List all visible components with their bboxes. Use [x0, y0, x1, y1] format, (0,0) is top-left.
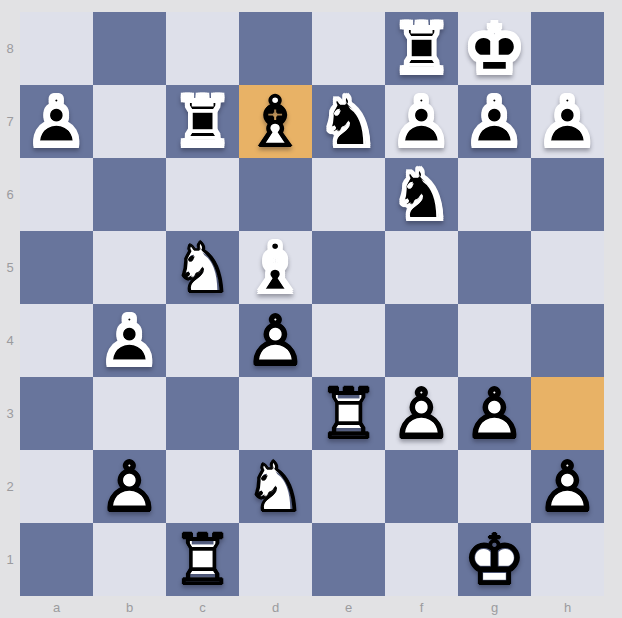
square-e2[interactable] [312, 450, 385, 523]
black-bishop-outline-glyph: ♗ [239, 231, 312, 304]
square-h6[interactable] [531, 158, 604, 231]
rank-label-1: 1 [0, 523, 20, 596]
square-d2[interactable]: ♞♘ [239, 450, 312, 523]
square-c5[interactable]: ♞♘ [166, 231, 239, 304]
square-c4[interactable] [166, 304, 239, 377]
rank-label-8: 8 [0, 12, 20, 85]
square-h5[interactable] [531, 231, 604, 304]
black-pawn-outline-glyph: ♙ [531, 85, 604, 158]
white-pawn-outline-glyph: ♙ [385, 377, 458, 450]
square-a4[interactable] [20, 304, 93, 377]
file-label-g: g [458, 597, 531, 618]
piece-white-rook-c1[interactable]: ♜♖ [166, 523, 239, 596]
square-c7[interactable]: ♜♖ [166, 85, 239, 158]
piece-black-bishop-d5[interactable]: ♝♗ [239, 231, 312, 304]
square-c2[interactable] [166, 450, 239, 523]
square-e1[interactable] [312, 523, 385, 596]
black-knight-outline-glyph: ♘ [385, 158, 458, 231]
square-a8[interactable] [20, 12, 93, 85]
square-g2[interactable] [458, 450, 531, 523]
black-rook-outline-glyph: ♖ [166, 85, 239, 158]
square-f6[interactable]: ♞♘ [385, 158, 458, 231]
piece-white-pawn-g3[interactable]: ♟♙ [458, 377, 531, 450]
square-f4[interactable] [385, 304, 458, 377]
file-label-e: e [312, 597, 385, 618]
square-e5[interactable] [312, 231, 385, 304]
square-h7[interactable]: ♟♙ [531, 85, 604, 158]
piece-white-rook-e3[interactable]: ♜♖ [312, 377, 385, 450]
piece-white-pawn-d4[interactable]: ♟♙ [239, 304, 312, 377]
file-label-c: c [166, 597, 239, 618]
square-g3[interactable]: ♟♙ [458, 377, 531, 450]
square-b6[interactable] [93, 158, 166, 231]
square-f1[interactable] [385, 523, 458, 596]
white-rook-outline-glyph: ♖ [166, 523, 239, 596]
square-h3[interactable] [531, 377, 604, 450]
square-f5[interactable] [385, 231, 458, 304]
square-g7[interactable]: ♟♙ [458, 85, 531, 158]
file-label-a: a [20, 597, 93, 618]
white-rook-outline-glyph: ♖ [312, 377, 385, 450]
square-a7[interactable]: ♟♙ [20, 85, 93, 158]
file-label-f: f [385, 597, 458, 618]
square-e4[interactable] [312, 304, 385, 377]
piece-black-pawn-a7[interactable]: ♟♙ [20, 85, 93, 158]
piece-black-knight-f6[interactable]: ♞♘ [385, 158, 458, 231]
rank-label-2: 2 [0, 450, 20, 523]
square-e8[interactable] [312, 12, 385, 85]
square-b5[interactable] [93, 231, 166, 304]
square-b7[interactable] [93, 85, 166, 158]
white-knight-outline-glyph: ♘ [239, 450, 312, 523]
piece-white-king-g1[interactable]: ♚♔ [458, 523, 531, 596]
square-a3[interactable] [20, 377, 93, 450]
square-h2[interactable]: ♟♙ [531, 450, 604, 523]
white-bishop-outline-glyph: ♗ [239, 85, 312, 158]
square-e6[interactable] [312, 158, 385, 231]
white-pawn-outline-glyph: ♙ [531, 450, 604, 523]
piece-black-pawn-b4[interactable]: ♟♙ [93, 304, 166, 377]
square-b2[interactable]: ♟♙ [93, 450, 166, 523]
chess-board-area: ♜♖♚♔♟♙♜♖♝♗♞♘♟♙♟♙♟♙♞♘♞♘♝♗♟♙♟♙♜♖♟♙♟♙♟♙♞♘♟♙… [0, 0, 622, 618]
piece-black-rook-f8[interactable]: ♜♖ [385, 12, 458, 85]
black-pawn-outline-glyph: ♙ [20, 85, 93, 158]
piece-white-knight-d2[interactable]: ♞♘ [239, 450, 312, 523]
black-pawn-outline-glyph: ♙ [385, 85, 458, 158]
square-e3[interactable]: ♜♖ [312, 377, 385, 450]
white-pawn-outline-glyph: ♙ [93, 450, 166, 523]
square-d3[interactable] [239, 377, 312, 450]
square-g1[interactable]: ♚♔ [458, 523, 531, 596]
black-knight-outline-glyph: ♘ [312, 85, 385, 158]
piece-white-bishop-d7[interactable]: ♝♗ [239, 85, 312, 158]
square-a6[interactable] [20, 158, 93, 231]
piece-white-pawn-b2[interactable]: ♟♙ [93, 450, 166, 523]
square-c8[interactable] [166, 12, 239, 85]
square-c1[interactable]: ♜♖ [166, 523, 239, 596]
square-d6[interactable] [239, 158, 312, 231]
white-king-outline-glyph: ♔ [458, 523, 531, 596]
rank-label-7: 7 [0, 85, 20, 158]
square-f8[interactable]: ♜♖ [385, 12, 458, 85]
white-pawn-outline-glyph: ♙ [239, 304, 312, 377]
black-rook-outline-glyph: ♖ [385, 12, 458, 85]
square-g4[interactable] [458, 304, 531, 377]
rank-label-3: 3 [0, 377, 20, 450]
square-h1[interactable] [531, 523, 604, 596]
piece-black-knight-e7[interactable]: ♞♘ [312, 85, 385, 158]
square-d7[interactable]: ♝♗ [239, 85, 312, 158]
square-d4[interactable]: ♟♙ [239, 304, 312, 377]
file-label-h: h [531, 597, 604, 618]
square-f3[interactable]: ♟♙ [385, 377, 458, 450]
square-b3[interactable] [93, 377, 166, 450]
square-b4[interactable]: ♟♙ [93, 304, 166, 377]
square-f2[interactable] [385, 450, 458, 523]
piece-black-pawn-g7[interactable]: ♟♙ [458, 85, 531, 158]
rank-label-4: 4 [0, 304, 20, 377]
black-pawn-outline-glyph: ♙ [458, 85, 531, 158]
file-label-b: b [93, 597, 166, 618]
square-g6[interactable] [458, 158, 531, 231]
square-c3[interactable] [166, 377, 239, 450]
piece-black-rook-c7[interactable]: ♜♖ [166, 85, 239, 158]
square-a2[interactable] [20, 450, 93, 523]
black-pawn-outline-glyph: ♙ [93, 304, 166, 377]
square-a1[interactable] [20, 523, 93, 596]
chess-board: ♜♖♚♔♟♙♜♖♝♗♞♘♟♙♟♙♟♙♞♘♞♘♝♗♟♙♟♙♜♖♟♙♟♙♟♙♞♘♟♙… [20, 12, 604, 596]
square-b8[interactable] [93, 12, 166, 85]
piece-black-pawn-f7[interactable]: ♟♙ [385, 85, 458, 158]
white-knight-outline-glyph: ♘ [166, 231, 239, 304]
square-h4[interactable] [531, 304, 604, 377]
square-g5[interactable] [458, 231, 531, 304]
square-d1[interactable] [239, 523, 312, 596]
square-g8[interactable]: ♚♔ [458, 12, 531, 85]
square-d5[interactable]: ♝♗ [239, 231, 312, 304]
rank-label-5: 5 [0, 231, 20, 304]
square-d8[interactable] [239, 12, 312, 85]
piece-white-knight-c5[interactable]: ♞♘ [166, 231, 239, 304]
black-king-outline-glyph: ♔ [458, 12, 531, 85]
square-a5[interactable] [20, 231, 93, 304]
file-label-d: d [239, 597, 312, 618]
square-e7[interactable]: ♞♘ [312, 85, 385, 158]
square-c6[interactable] [166, 158, 239, 231]
square-h8[interactable] [531, 12, 604, 85]
piece-white-pawn-f3[interactable]: ♟♙ [385, 377, 458, 450]
square-b1[interactable] [93, 523, 166, 596]
piece-black-king-g8[interactable]: ♚♔ [458, 12, 531, 85]
piece-white-pawn-h2[interactable]: ♟♙ [531, 450, 604, 523]
piece-black-pawn-h7[interactable]: ♟♙ [531, 85, 604, 158]
rank-label-6: 6 [0, 158, 20, 231]
square-f7[interactable]: ♟♙ [385, 85, 458, 158]
white-pawn-outline-glyph: ♙ [458, 377, 531, 450]
